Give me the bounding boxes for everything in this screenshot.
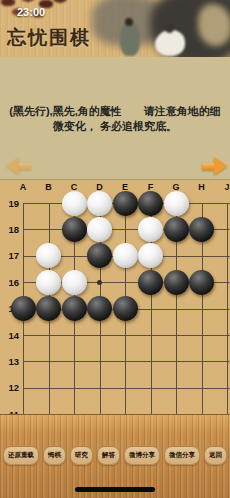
stone-black-F16[interactable]: [138, 270, 163, 295]
stone-white-E17[interactable]: [113, 243, 138, 268]
column-label-A: A: [13, 182, 33, 192]
problem-text-line2: 微变化， 务必追根究底。: [0, 119, 230, 134]
row-label-12: 12: [1, 382, 19, 393]
painting-cliff: [198, 4, 230, 46]
stone-black-A15[interactable]: [11, 296, 36, 321]
go-board[interactable]: 191817161514131211ABCDEFGHJ: [0, 180, 230, 414]
stone-white-B17[interactable]: [36, 243, 61, 268]
stone-white-B16[interactable]: [36, 270, 61, 295]
stone-black-E15[interactable]: [113, 296, 138, 321]
back-button[interactable]: 返回: [204, 446, 227, 465]
row-label-14: 14: [1, 330, 19, 341]
stone-white-D19[interactable]: [87, 191, 112, 216]
stone-black-D17[interactable]: [87, 243, 112, 268]
previous-problem-button[interactable]: [6, 157, 31, 175]
arrow-right-icon: [214, 157, 227, 175]
stone-white-F17[interactable]: [138, 243, 163, 268]
stone-black-E19[interactable]: [113, 191, 138, 216]
row-label-13: 13: [1, 356, 19, 367]
stone-white-G19[interactable]: [164, 191, 189, 216]
grid-line-vertical: [227, 203, 228, 414]
row-label-16: 16: [1, 277, 19, 288]
stone-black-G16[interactable]: [164, 270, 189, 295]
row-label-19: 19: [1, 198, 19, 209]
stone-black-H18[interactable]: [189, 217, 214, 242]
grid-line-horizontal: [23, 361, 230, 362]
stone-black-B15[interactable]: [36, 296, 61, 321]
grid-line-horizontal: [23, 335, 230, 336]
research-button[interactable]: 研究: [70, 446, 93, 465]
stone-white-C16[interactable]: [62, 270, 87, 295]
row-label-17: 17: [1, 250, 19, 261]
app-screen: 23:00 忘忧围棋 (黑先行),黑先,角的魔性 请注意角地的细 微变化， 务必…: [0, 0, 230, 498]
column-label-B: B: [39, 182, 59, 192]
problem-description-panel: (黑先行),黑先,角的魔性 请注意角地的细 微变化， 务必追根究底。: [0, 57, 230, 180]
stone-white-D18[interactable]: [87, 217, 112, 242]
stone-white-F18[interactable]: [138, 217, 163, 242]
stone-black-H16[interactable]: [189, 270, 214, 295]
column-label-J: J: [217, 182, 230, 192]
stone-black-G18[interactable]: [164, 217, 189, 242]
stone-white-C19[interactable]: [62, 191, 87, 216]
stone-black-D15[interactable]: [87, 296, 112, 321]
column-label-H: H: [192, 182, 212, 192]
painting-figure-seated: [155, 30, 185, 56]
stone-black-C15[interactable]: [62, 296, 87, 321]
row-label-18: 18: [1, 224, 19, 235]
show-answer-button[interactable]: 解答: [97, 446, 120, 465]
undo-move-button[interactable]: 悔棋: [43, 446, 66, 465]
stone-black-F19[interactable]: [138, 191, 163, 216]
toolbar-buttons: 还原重载悔棋研究解答微博分享微信分享返回: [3, 446, 227, 465]
next-problem-button[interactable]: [202, 157, 227, 175]
app-title: 忘忧围棋: [7, 25, 91, 51]
problem-text: (黑先行),黑先,角的魔性 请注意角地的细 微变化， 务必追根究底。: [0, 57, 230, 134]
reset-reload-button[interactable]: 还原重载: [3, 446, 39, 465]
bottom-toolbar: 还原重载悔棋研究解答微博分享微信分享返回: [0, 414, 230, 498]
stone-black-C18[interactable]: [62, 217, 87, 242]
status-bar-time: 23:00: [17, 6, 45, 18]
star-point-D16: [97, 280, 102, 285]
wechat-share-button[interactable]: 微信分享: [164, 446, 200, 465]
home-indicator[interactable]: [75, 487, 155, 492]
grid-line-horizontal: [23, 388, 230, 389]
app-header: 23:00 忘忧围棋: [0, 0, 230, 59]
problem-text-line1: (黑先行),黑先,角的魔性 请注意角地的细: [0, 104, 230, 119]
arrow-left-icon: [6, 157, 19, 175]
painting-figure-attendant: [120, 22, 140, 56]
weibo-share-button[interactable]: 微博分享: [124, 446, 160, 465]
